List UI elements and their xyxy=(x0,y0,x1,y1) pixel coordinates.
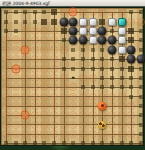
white-influence-ring xyxy=(21,74,29,82)
white-influence-ring xyxy=(21,102,29,110)
black-influence-square xyxy=(4,141,8,145)
black-stone xyxy=(69,36,78,45)
black-stone xyxy=(136,55,145,64)
white-stone xyxy=(89,18,97,26)
black-influence-square xyxy=(110,29,114,33)
white-influence-ring xyxy=(60,8,68,16)
white-stone xyxy=(79,27,87,35)
white-influence-ring xyxy=(2,55,10,63)
white-stone xyxy=(118,27,126,35)
white-influence-ring xyxy=(31,111,39,119)
white-influence-ring xyxy=(21,65,29,73)
black-influence-square-strong xyxy=(99,19,105,25)
white-influence-ring-strong xyxy=(21,45,30,54)
white-influence-ring xyxy=(118,130,126,138)
white-influence-ring xyxy=(118,111,126,119)
black-influence-square xyxy=(81,141,85,145)
white-influence-ring xyxy=(40,130,48,138)
white-influence-ring xyxy=(50,121,58,129)
white-influence-ring xyxy=(50,27,58,35)
white-influence-ring xyxy=(98,111,106,119)
black-influence-square xyxy=(52,141,56,145)
white-influence-ring xyxy=(21,55,29,63)
white-influence-ring xyxy=(21,121,29,129)
black-influence-square xyxy=(14,10,18,14)
white-influence-ring xyxy=(31,27,39,35)
white-influence-ring xyxy=(40,55,48,63)
white-influence-ring xyxy=(108,121,116,129)
white-influence-ring xyxy=(69,111,77,119)
white-influence-ring xyxy=(40,74,48,82)
white-influence-ring xyxy=(69,93,77,101)
white-influence-ring xyxy=(89,102,97,110)
black-influence-square xyxy=(4,10,8,14)
black-influence-square xyxy=(91,141,95,145)
white-influence-ring xyxy=(79,130,87,138)
black-influence-square xyxy=(62,57,66,61)
black-influence-square xyxy=(139,10,143,14)
white-influence-ring xyxy=(40,111,48,119)
white-influence-ring xyxy=(127,18,135,26)
white-influence-ring xyxy=(12,93,20,101)
white-influence-ring xyxy=(60,74,68,82)
black-influence-square xyxy=(110,67,114,71)
highlighted-last-move-stone xyxy=(118,18,126,26)
white-influence-ring xyxy=(98,93,106,101)
white-influence-ring xyxy=(127,130,135,138)
black-influence-square-strong xyxy=(119,56,125,62)
board-grid xyxy=(6,12,142,144)
black-influence-square xyxy=(120,141,124,145)
white-influence-ring xyxy=(12,111,20,119)
black-influence-square xyxy=(91,48,95,52)
black-influence-square xyxy=(139,113,143,117)
black-influence-square xyxy=(91,85,95,89)
white-influence-ring xyxy=(2,83,10,91)
white-influence-ring xyxy=(12,74,20,82)
black-influence-square xyxy=(110,141,114,145)
white-influence-ring xyxy=(89,130,97,138)
black-influence-square xyxy=(14,29,18,33)
white-stone xyxy=(79,18,87,26)
black-stone xyxy=(127,55,136,64)
white-influence-ring xyxy=(89,74,97,82)
black-influence-square xyxy=(4,20,8,24)
black-influence-square xyxy=(139,67,143,71)
black-influence-square xyxy=(71,48,75,52)
black-influence-square xyxy=(81,67,85,71)
black-influence-square-strong xyxy=(128,37,134,43)
white-influence-ring xyxy=(60,111,68,119)
black-influence-square xyxy=(120,67,124,71)
black-influence-square xyxy=(129,10,133,14)
white-influence-ring xyxy=(2,102,10,110)
black-influence-square xyxy=(91,57,95,61)
black-influence-square xyxy=(62,67,66,71)
white-influence-ring xyxy=(118,93,126,101)
white-influence-ring xyxy=(118,8,126,16)
white-influence-ring xyxy=(79,121,87,129)
black-stone xyxy=(59,17,68,26)
black-stone xyxy=(107,36,116,45)
white-influence-ring xyxy=(79,8,87,16)
white-stone xyxy=(118,46,126,54)
go-board[interactable] xyxy=(1,8,143,145)
black-influence-square xyxy=(62,141,66,145)
white-influence-ring xyxy=(60,121,68,129)
black-influence-square xyxy=(100,76,104,80)
black-influence-square xyxy=(139,76,143,80)
white-influence-ring xyxy=(31,130,39,138)
black-stone xyxy=(107,45,116,54)
white-influence-ring xyxy=(60,46,68,54)
white-influence-ring xyxy=(69,121,77,129)
black-influence-square xyxy=(23,10,27,14)
white-influence-ring xyxy=(108,111,116,119)
white-influence-ring xyxy=(50,36,58,44)
black-influence-square xyxy=(139,132,143,136)
black-influence-square xyxy=(14,141,18,145)
white-influence-ring xyxy=(118,102,126,110)
white-influence-ring xyxy=(21,36,29,44)
black-influence-square xyxy=(110,85,114,89)
white-influence-ring xyxy=(40,102,48,110)
white-influence-ring xyxy=(50,93,58,101)
black-influence-square-strong xyxy=(41,19,47,25)
white-influence-ring xyxy=(50,102,58,110)
white-influence-ring xyxy=(89,111,97,119)
app-window: 棋譜 2004-9-4903.sgf xyxy=(0,0,145,150)
white-influence-ring-strong xyxy=(69,8,78,17)
white-influence-ring xyxy=(79,111,87,119)
suggested-move-stone xyxy=(98,101,107,110)
white-influence-ring xyxy=(50,83,58,91)
white-influence-ring xyxy=(40,93,48,101)
white-stone xyxy=(89,36,97,44)
white-influence-ring xyxy=(21,83,29,91)
black-influence-square xyxy=(71,57,75,61)
black-influence-square-strong xyxy=(61,28,67,34)
black-stone xyxy=(98,27,107,36)
black-influence-square xyxy=(4,29,8,33)
white-influence-ring xyxy=(2,93,10,101)
white-influence-ring xyxy=(31,55,39,63)
black-influence-square xyxy=(14,20,18,24)
white-influence-ring xyxy=(40,46,48,54)
black-influence-square xyxy=(71,67,75,71)
white-influence-ring xyxy=(2,74,10,82)
white-stone xyxy=(108,18,116,26)
black-influence-square xyxy=(91,67,95,71)
black-influence-square xyxy=(139,48,143,52)
white-influence-ring xyxy=(31,83,39,91)
window-title: 棋譜 2004-9-4903.sgf xyxy=(2,1,50,6)
black-stone xyxy=(69,17,78,26)
white-influence-ring xyxy=(79,102,87,110)
black-influence-square xyxy=(81,48,85,52)
gold-marker-stone xyxy=(98,121,106,129)
black-influence-square-strong xyxy=(51,19,57,25)
white-stone xyxy=(89,27,97,35)
white-influence-ring xyxy=(21,130,29,138)
white-influence-ring-strong xyxy=(11,64,20,73)
white-influence-ring xyxy=(50,74,58,82)
white-stone xyxy=(118,36,126,44)
black-influence-square xyxy=(42,10,46,14)
black-influence-square xyxy=(81,85,85,89)
black-influence-square xyxy=(139,123,143,127)
white-influence-ring xyxy=(89,121,97,129)
black-stone xyxy=(79,36,88,45)
black-influence-square xyxy=(120,76,124,80)
black-influence-square xyxy=(129,76,133,80)
black-influence-square xyxy=(23,20,27,24)
board-background xyxy=(0,7,145,150)
white-influence-ring xyxy=(89,8,97,16)
white-influence-ring xyxy=(137,18,145,26)
white-influence-ring xyxy=(31,93,39,101)
black-influence-square xyxy=(139,95,143,99)
white-influence-ring xyxy=(127,121,135,129)
black-influence-square xyxy=(100,85,104,89)
white-influence-ring xyxy=(108,8,116,16)
black-influence-square xyxy=(100,57,104,61)
black-influence-square xyxy=(129,95,133,99)
white-influence-ring xyxy=(50,111,58,119)
white-influence-ring xyxy=(98,8,106,16)
black-influence-square-strong xyxy=(128,66,134,72)
black-influence-square xyxy=(33,141,37,145)
black-influence-square xyxy=(62,38,66,42)
white-influence-ring xyxy=(31,102,39,110)
black-influence-square xyxy=(71,141,75,145)
white-influence-ring xyxy=(31,65,39,73)
white-influence-ring xyxy=(60,130,68,138)
white-influence-ring xyxy=(31,74,39,82)
white-influence-ring xyxy=(12,55,20,63)
white-influence-ring xyxy=(40,36,48,44)
white-influence-ring xyxy=(12,83,20,91)
white-influence-ring xyxy=(31,121,39,129)
black-influence-square xyxy=(23,141,27,145)
black-influence-square xyxy=(100,67,104,71)
white-influence-ring xyxy=(12,36,20,44)
black-influence-square xyxy=(129,85,133,89)
white-influence-ring xyxy=(69,102,77,110)
white-influence-ring xyxy=(40,65,48,73)
white-influence-ring xyxy=(12,102,20,110)
white-influence-ring xyxy=(12,121,20,129)
white-influence-ring xyxy=(69,83,77,91)
black-influence-square xyxy=(139,141,143,145)
white-influence-ring xyxy=(108,93,116,101)
white-influence-ring xyxy=(12,130,20,138)
white-influence-ring xyxy=(2,121,10,129)
white-influence-ring xyxy=(2,65,10,73)
title-bar[interactable]: 棋譜 2004-9-4903.sgf xyxy=(0,0,145,7)
black-influence-square-strong xyxy=(51,9,57,15)
black-influence-square xyxy=(81,57,85,61)
white-influence-ring xyxy=(60,93,68,101)
black-stone xyxy=(127,45,136,54)
black-influence-square xyxy=(139,29,143,33)
black-influence-square-strong xyxy=(128,28,134,34)
white-influence-ring xyxy=(2,36,10,44)
white-influence-ring xyxy=(40,27,48,35)
white-influence-ring xyxy=(60,102,68,110)
white-influence-ring xyxy=(89,93,97,101)
white-influence-ring xyxy=(127,102,135,110)
star-point xyxy=(72,77,75,80)
black-influence-square xyxy=(100,48,104,52)
white-influence-ring xyxy=(118,121,126,129)
white-influence-ring xyxy=(108,130,116,138)
black-influence-square xyxy=(110,57,114,61)
white-influence-ring xyxy=(50,46,58,54)
white-influence-ring xyxy=(79,93,87,101)
white-influence-ring xyxy=(2,130,10,138)
white-influence-ring xyxy=(31,46,39,54)
white-influence-ring xyxy=(21,27,29,35)
black-influence-square xyxy=(129,141,133,145)
white-influence-ring xyxy=(98,130,106,138)
white-influence-ring xyxy=(21,93,29,101)
black-influence-square xyxy=(33,10,37,14)
black-influence-square xyxy=(33,20,37,24)
white-influence-ring-strong xyxy=(21,111,30,120)
black-influence-square xyxy=(139,38,143,42)
white-influence-ring xyxy=(40,121,48,129)
white-influence-ring xyxy=(31,36,39,44)
white-influence-ring xyxy=(50,55,58,63)
black-influence-square xyxy=(120,85,124,89)
black-stone xyxy=(98,36,107,45)
white-influence-ring xyxy=(127,111,135,119)
white-influence-ring xyxy=(69,130,77,138)
black-influence-square xyxy=(139,104,143,108)
white-influence-ring xyxy=(12,46,20,54)
black-influence-square xyxy=(139,85,143,89)
black-influence-square xyxy=(42,141,46,145)
white-influence-ring xyxy=(60,83,68,91)
white-influence-ring xyxy=(79,74,87,82)
black-stone xyxy=(69,27,78,36)
black-influence-square xyxy=(100,141,104,145)
white-influence-ring xyxy=(50,130,58,138)
white-influence-ring xyxy=(2,46,10,54)
black-influence-square xyxy=(110,76,114,80)
white-influence-ring xyxy=(2,111,10,119)
white-influence-ring xyxy=(50,65,58,73)
white-influence-ring xyxy=(40,83,48,91)
white-influence-ring xyxy=(108,102,116,110)
